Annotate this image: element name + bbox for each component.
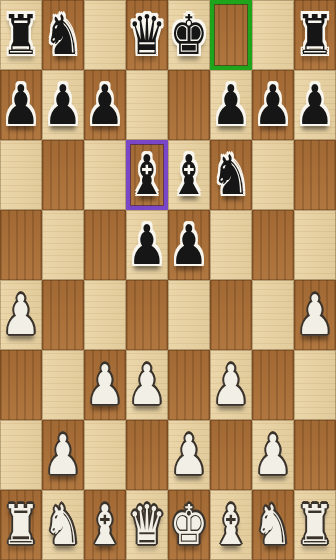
square-a5[interactable]: [0, 210, 42, 280]
square-b3[interactable]: [42, 350, 84, 420]
square-e6[interactable]: ♝: [168, 140, 210, 210]
square-f2[interactable]: [210, 420, 252, 490]
black-bishop-e6[interactable]: ♝: [168, 140, 210, 210]
square-d5[interactable]: ♟: [126, 210, 168, 280]
square-e7[interactable]: [168, 70, 210, 140]
square-h5[interactable]: [294, 210, 336, 280]
square-d6-move-to-highlight[interactable]: ♝: [126, 140, 168, 210]
square-a7[interactable]: ♟: [0, 70, 42, 140]
square-g4[interactable]: [252, 280, 294, 350]
chess-app-screen: ♜♞♛♚♜♟♟♟♟♟♟♝♝♞♟♟♟♟♟♟♟♟♟♟♜♞♝♛♚♝♞♜: [0, 0, 336, 560]
square-b7[interactable]: ♟: [42, 70, 84, 140]
square-c3[interactable]: ♟: [84, 350, 126, 420]
square-c4[interactable]: [84, 280, 126, 350]
white-pawn-c3[interactable]: ♟: [84, 350, 126, 420]
square-b1[interactable]: ♞: [42, 490, 84, 560]
square-h3[interactable]: [294, 350, 336, 420]
square-h2[interactable]: [294, 420, 336, 490]
square-g5[interactable]: [252, 210, 294, 280]
black-pawn-e5[interactable]: ♟: [168, 210, 210, 280]
square-f8-move-from-highlight[interactable]: [210, 0, 252, 70]
square-e5[interactable]: ♟: [168, 210, 210, 280]
square-a1[interactable]: ♜: [0, 490, 42, 560]
square-e3[interactable]: [168, 350, 210, 420]
square-b6[interactable]: [42, 140, 84, 210]
square-a2[interactable]: [0, 420, 42, 490]
square-d1[interactable]: ♛: [126, 490, 168, 560]
square-c1[interactable]: ♝: [84, 490, 126, 560]
square-c2[interactable]: [84, 420, 126, 490]
chess-board: ♜♞♛♚♜♟♟♟♟♟♟♝♝♞♟♟♟♟♟♟♟♟♟♟♜♞♝♛♚♝♞♜: [0, 0, 336, 560]
black-pawn-c7[interactable]: ♟: [84, 70, 126, 140]
black-bishop-d6[interactable]: ♝: [126, 140, 168, 210]
white-queen-d1[interactable]: ♛: [126, 490, 168, 560]
square-d7[interactable]: [126, 70, 168, 140]
white-bishop-f1[interactable]: ♝: [210, 490, 252, 560]
square-h1[interactable]: ♜: [294, 490, 336, 560]
white-pawn-a4[interactable]: ♟: [0, 280, 42, 350]
black-pawn-f7[interactable]: ♟: [210, 70, 252, 140]
black-queen-d8[interactable]: ♛: [126, 0, 168, 70]
black-king-e8[interactable]: ♚: [168, 0, 210, 70]
square-a8[interactable]: ♜: [0, 0, 42, 70]
white-pawn-d3[interactable]: ♟: [126, 350, 168, 420]
white-knight-g1[interactable]: ♞: [252, 490, 294, 560]
white-rook-h1[interactable]: ♜: [294, 490, 336, 560]
square-e4[interactable]: [168, 280, 210, 350]
square-d3[interactable]: ♟: [126, 350, 168, 420]
square-a6[interactable]: [0, 140, 42, 210]
square-e8[interactable]: ♚: [168, 0, 210, 70]
square-b8[interactable]: ♞: [42, 0, 84, 70]
square-a4[interactable]: ♟: [0, 280, 42, 350]
white-knight-b1[interactable]: ♞: [42, 490, 84, 560]
black-pawn-b7[interactable]: ♟: [42, 70, 84, 140]
square-d4[interactable]: [126, 280, 168, 350]
square-b4[interactable]: [42, 280, 84, 350]
white-pawn-e2[interactable]: ♟: [168, 420, 210, 490]
black-pawn-g7[interactable]: ♟: [252, 70, 294, 140]
white-pawn-g2[interactable]: ♟: [252, 420, 294, 490]
square-e1[interactable]: ♚: [168, 490, 210, 560]
square-c6[interactable]: [84, 140, 126, 210]
white-pawn-h4[interactable]: ♟: [294, 280, 336, 350]
square-c7[interactable]: ♟: [84, 70, 126, 140]
square-g3[interactable]: [252, 350, 294, 420]
square-h4[interactable]: ♟: [294, 280, 336, 350]
square-g8[interactable]: [252, 0, 294, 70]
square-f7[interactable]: ♟: [210, 70, 252, 140]
white-bishop-c1[interactable]: ♝: [84, 490, 126, 560]
square-h7[interactable]: ♟: [294, 70, 336, 140]
square-f1[interactable]: ♝: [210, 490, 252, 560]
black-rook-a8[interactable]: ♜: [0, 0, 42, 70]
square-h8[interactable]: ♜: [294, 0, 336, 70]
square-b5[interactable]: [42, 210, 84, 280]
white-pawn-f3[interactable]: ♟: [210, 350, 252, 420]
square-a3[interactable]: [0, 350, 42, 420]
square-f4[interactable]: [210, 280, 252, 350]
black-rook-h8[interactable]: ♜: [294, 0, 336, 70]
white-king-e1[interactable]: ♚: [168, 490, 210, 560]
black-pawn-a7[interactable]: ♟: [0, 70, 42, 140]
square-c8[interactable]: [84, 0, 126, 70]
square-d2[interactable]: [126, 420, 168, 490]
white-rook-a1[interactable]: ♜: [0, 490, 42, 560]
square-e2[interactable]: ♟: [168, 420, 210, 490]
square-c5[interactable]: [84, 210, 126, 280]
black-pawn-d5[interactable]: ♟: [126, 210, 168, 280]
square-g2[interactable]: ♟: [252, 420, 294, 490]
square-b2[interactable]: ♟: [42, 420, 84, 490]
black-knight-b8[interactable]: ♞: [42, 0, 84, 70]
square-g6[interactable]: [252, 140, 294, 210]
square-f5[interactable]: [210, 210, 252, 280]
square-f6[interactable]: ♞: [210, 140, 252, 210]
black-pawn-h7[interactable]: ♟: [294, 70, 336, 140]
square-d8[interactable]: ♛: [126, 0, 168, 70]
square-g1[interactable]: ♞: [252, 490, 294, 560]
square-g7[interactable]: ♟: [252, 70, 294, 140]
black-knight-f6[interactable]: ♞: [210, 140, 252, 210]
white-pawn-b2[interactable]: ♟: [42, 420, 84, 490]
square-h6[interactable]: [294, 140, 336, 210]
square-f3[interactable]: ♟: [210, 350, 252, 420]
